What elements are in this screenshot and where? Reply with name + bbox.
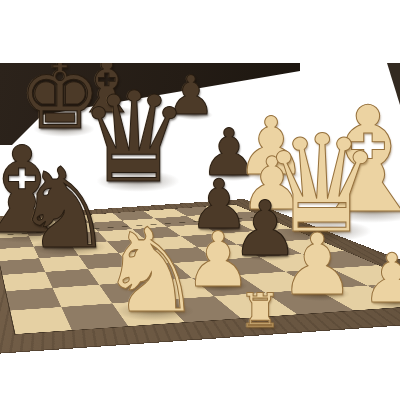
chess-set-photo: ♝♚♟♛♟♟♝♟♟♛♝♞♟♟♟♟♞♜ — [0, 0, 400, 400]
piece-white-pawn-h3: ♟ — [354, 245, 400, 303]
board-scene: ♝♚♟♛♟♟♝♟♟♛♝♞♟♟♟♟♞♜ — [0, 63, 400, 400]
piece-white-pawn-f3: ♟ — [270, 222, 364, 294]
piece-white-rook-e2: ♜ — [234, 287, 286, 327]
piece-white-knight-c2: ♞ — [87, 213, 214, 311]
